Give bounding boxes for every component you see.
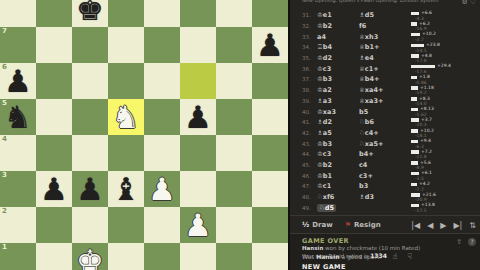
resign-flag-icon: ⚑	[345, 221, 351, 229]
board-square-h6[interactable]	[252, 63, 288, 99]
board-square-c8[interactable]: ♚	[72, 0, 108, 27]
board-square-f8[interactable]	[180, 0, 216, 27]
board-square-d6[interactable]	[108, 63, 144, 99]
black-pawn[interactable]: ♟	[180, 99, 216, 135]
thumbs-down-icon[interactable]: ☟	[407, 252, 412, 261]
black-move[interactable]: ♕xh3	[359, 33, 407, 41]
black-move[interactable]: c3+	[359, 172, 407, 180]
eval-bar	[411, 54, 419, 58]
eval-bar	[411, 12, 419, 16]
board-square-e5[interactable]	[144, 99, 180, 135]
move-number: 48.	[302, 194, 317, 200]
eval-bar	[411, 65, 435, 69]
board-square-a7[interactable]: 7	[0, 27, 36, 63]
black-pawn[interactable]: ♟	[0, 63, 36, 99]
share-icon[interactable]: ⇧	[456, 238, 462, 246]
black-move[interactable]: ♘xa5+	[359, 140, 407, 148]
board-square-d5[interactable]: ♞	[108, 99, 144, 135]
board-square-a8[interactable]: 8	[0, 0, 36, 27]
eval-bar	[411, 161, 418, 165]
black-pawn[interactable]: ♟	[36, 171, 72, 207]
white-move[interactable]: ♔b3	[317, 140, 359, 148]
white-knight[interactable]: ♞	[108, 99, 144, 135]
board-square-f5[interactable]: ♟	[180, 99, 216, 135]
move-row: 47.♔c1b3+4.2-7.7	[290, 181, 480, 192]
white-pawn[interactable]: ♟	[144, 171, 180, 207]
white-move[interactable]: ♔c1	[317, 182, 359, 190]
board-square-f1[interactable]	[180, 243, 216, 270]
white-move[interactable]: ♗a3	[317, 97, 359, 105]
eval-indicator: +6.1-3.5	[407, 170, 478, 181]
move-number: 33.	[302, 34, 317, 40]
board-square-a3[interactable]: 3	[0, 171, 36, 207]
board-square-d1[interactable]	[108, 243, 144, 270]
nav-prev-icon[interactable]: ◀	[427, 221, 433, 230]
eval-indicator: +10.2-18.1	[407, 128, 478, 139]
board-square-e2[interactable]	[144, 207, 180, 243]
move-number: 42.	[302, 130, 317, 136]
opening-name: New Opening: Queen's Pawn Opening: Londo…	[302, 0, 462, 3]
board-square-e3[interactable]: ♟	[144, 171, 180, 207]
eval-value-top: +10.2	[422, 31, 436, 36]
white-pawn[interactable]: ♟	[180, 207, 216, 243]
rank-label-7: 7	[2, 28, 7, 35]
move-row: 32.♔b2f6+6.2-16.9	[290, 21, 480, 32]
flip-board-icon[interactable]: ⇅	[469, 221, 476, 230]
board-square-c1[interactable]: ♚	[72, 243, 108, 270]
move-number: 45.	[302, 162, 317, 168]
eval-indicator: +4.8-17.8	[407, 53, 478, 64]
eval-bar	[411, 76, 417, 80]
good-sport-row: Was Hansin a good sport? ☝ ☟	[302, 252, 412, 261]
board-square-d2[interactable]	[108, 207, 144, 243]
move-row: 40.♔xa3b5+8.13-1.62	[290, 106, 480, 117]
black-move[interactable]: b3	[359, 182, 407, 190]
black-bishop[interactable]: ♝	[108, 171, 144, 207]
game-over-result: Hansin won by checkmate (10 min Rated)	[302, 245, 420, 251]
white-move[interactable]: ♔b2	[317, 161, 359, 169]
eval-indicator: +6.2-16.9	[407, 21, 478, 32]
board-square-h2[interactable]	[252, 207, 288, 243]
eval-value-top: +4.2	[419, 181, 430, 186]
white-move[interactable]: ♗a5	[317, 129, 359, 137]
move-row: 41.♗d2♘b6+3.7-20.3	[290, 117, 480, 128]
board-square-c7[interactable]	[72, 27, 108, 63]
move-number: 40.	[302, 109, 317, 115]
board-square-e4[interactable]	[144, 135, 180, 171]
eval-value-top: +4.8	[421, 53, 432, 58]
move-number: 32.	[302, 23, 317, 29]
move-number: 41.	[302, 119, 317, 125]
move-number: 31.	[302, 12, 317, 18]
resign-button-label: Resign	[354, 221, 381, 229]
board-square-f2[interactable]: ♟	[180, 207, 216, 243]
black-move[interactable]: ♕b4+	[359, 75, 407, 83]
eval-indicator: +13.8-17.5	[407, 202, 478, 213]
move-row: 44.♔c3b4++7.2-11.8	[290, 149, 480, 160]
new-game-button[interactable]: NEW GAME	[302, 263, 346, 270]
white-move[interactable]: ♔c3	[317, 150, 359, 158]
eval-indicator: +8.13-1.62	[407, 106, 478, 117]
board-square-d3[interactable]: ♝	[108, 171, 144, 207]
eval-indicator: +7.2-11.8	[407, 149, 478, 160]
board-square-b2[interactable]	[36, 207, 72, 243]
eval-bar	[411, 129, 418, 133]
board-square-c5[interactable]	[72, 99, 108, 135]
eval-bar	[411, 108, 418, 112]
rank-label-2: 2	[2, 208, 7, 215]
white-move[interactable]: a4	[317, 33, 359, 41]
eval-value-top: +8.3	[419, 96, 430, 101]
draw-button[interactable]: ½ Draw	[302, 221, 333, 229]
eval-value-top: +8.13	[420, 106, 434, 111]
board-square-f3[interactable]	[180, 171, 216, 207]
white-move[interactable]: ♔e1	[317, 11, 359, 19]
move-number: 38.	[302, 87, 317, 93]
eval-indicator: +3.7-20.3	[407, 117, 478, 128]
nav-last-icon[interactable]: ▶|	[453, 221, 462, 230]
eval-value-top: +6.2	[419, 21, 430, 26]
sidebar-top-icons: ⚙♡	[461, 0, 478, 6]
rank-label-1: 1	[2, 244, 7, 251]
board-square-e8[interactable]	[144, 0, 180, 27]
move-row: 31.♔e1♗d5+6.6-4.3	[290, 10, 480, 21]
eval-indicator: +21.6-20.9	[407, 192, 478, 203]
black-move[interactable]: ♘b6	[359, 118, 407, 126]
move-row: 39.♗a3♕xa3++8.3-14.0	[290, 96, 480, 107]
black-move[interactable]: ♕c1+	[359, 65, 407, 73]
move-row: 48.♘xf6♗d3+21.6-20.9	[290, 192, 480, 203]
settings-icon[interactable]: ⚙	[461, 0, 469, 6]
eval-value-top: +29.4	[437, 63, 451, 68]
white-king[interactable]: ♚	[72, 243, 108, 270]
board-square-d4[interactable]	[108, 135, 144, 171]
board-square-b4[interactable]	[36, 135, 72, 171]
board-square-h1[interactable]	[252, 243, 288, 270]
black-move[interactable]: b4+	[359, 150, 407, 158]
white-move[interactable]: ♔a2	[317, 86, 359, 94]
eval-value-top: +1.18	[420, 85, 434, 90]
white-move[interactable]: ♔b3	[317, 75, 359, 83]
black-move[interactable]: ♗d5	[359, 11, 407, 19]
board-square-b6[interactable]	[36, 63, 72, 99]
move-row: 35.♔d2♗e4+4.8-17.8	[290, 53, 480, 64]
move-list: 31.♔e1♗d5+6.6-4.332.♔b2f6+6.2-16.933.a4♕…	[290, 10, 480, 213]
white-move[interactable]: ♗d2	[317, 118, 359, 126]
board-square-c2[interactable]	[72, 207, 108, 243]
white-move[interactable]: ♔b1	[317, 172, 359, 180]
board-square-a4[interactable]: 4	[0, 135, 36, 171]
board-square-g6[interactable]	[216, 63, 252, 99]
eval-value-top: +9.4	[420, 138, 431, 143]
board-square-h7[interactable]: ♟	[252, 27, 288, 63]
board-square-b7[interactable]	[36, 27, 72, 63]
move-number: 36.	[302, 66, 317, 72]
board-square-e1[interactable]	[144, 243, 180, 270]
eval-value-top: +3.7	[421, 117, 432, 122]
move-number: 44.	[302, 151, 317, 157]
white-move[interactable]: ♔d2	[317, 54, 359, 62]
move-number: 47.	[302, 183, 317, 189]
black-move[interactable]: ♕xa4+	[359, 86, 407, 94]
game-sidebar: New Opening: Queen's Pawn Opening: Londo…	[288, 0, 480, 270]
move-row: 34.♖b4♕b1++23.8-14.5	[290, 42, 480, 53]
eval-bar	[411, 97, 417, 101]
eval-value-top: +21.6	[422, 192, 436, 197]
eval-indicator: +6.6-4.3	[407, 10, 478, 21]
nav-next-icon[interactable]: ▶	[440, 221, 446, 230]
board-square-h8[interactable]	[252, 0, 288, 27]
eval-bar	[411, 118, 419, 122]
black-knight[interactable]: ♞	[0, 99, 36, 135]
board-square-g8[interactable]	[216, 0, 252, 27]
move-row: 49.♘d5+13.8-17.5	[290, 202, 480, 213]
eval-value-top: +10.2	[420, 128, 434, 133]
black-pawn[interactable]: ♟	[72, 171, 108, 207]
black-move[interactable]: ♕b1+	[359, 43, 407, 51]
black-pawn[interactable]: ♟	[252, 27, 288, 63]
move-number: 49.	[302, 205, 317, 211]
move-row: 38.♔a2♕xa4++1.18-19.2	[290, 85, 480, 96]
eval-bar	[411, 150, 419, 154]
board-square-g5[interactable]	[216, 99, 252, 135]
move-number: 37.	[302, 76, 317, 82]
move-number: 39.	[302, 98, 317, 104]
move-number: 35.	[302, 55, 317, 61]
half-point-icon: ½	[302, 221, 309, 229]
white-move[interactable]: ♔xa3	[317, 108, 359, 116]
eval-bar	[411, 183, 417, 187]
board-square-e7[interactable]	[144, 27, 180, 63]
move-row: 43.♔b3♘xa5++9.4-6.3	[290, 138, 480, 149]
move-row: 33.a4♕xh3+10.2-2.7	[290, 31, 480, 42]
board-square-a2[interactable]: 2	[0, 207, 36, 243]
board-square-d7[interactable]	[108, 27, 144, 63]
board-square-a6[interactable]: 6♟	[0, 63, 36, 99]
move-row: 46.♔b1c3++6.1-3.5	[290, 170, 480, 181]
eval-bar	[411, 86, 418, 90]
black-move[interactable]: ♗e4	[359, 54, 407, 62]
help-icon[interactable]: ?	[468, 238, 476, 246]
board-square-f4[interactable]	[180, 135, 216, 171]
eval-indicator: +5.6-8.9	[407, 160, 478, 171]
game-over-title: GAME OVER	[302, 237, 349, 245]
eval-bar	[411, 22, 417, 26]
winner-name: Hansin	[302, 245, 323, 251]
eval-value-top: +1.8	[419, 74, 430, 79]
board-square-f6[interactable]	[180, 63, 216, 99]
eval-bar	[411, 193, 420, 197]
board-square-f7[interactable]	[180, 27, 216, 63]
rank-label-3: 3	[2, 172, 7, 179]
white-move[interactable]: ♘d5	[317, 204, 336, 212]
white-move[interactable]: ♔c3	[317, 65, 359, 73]
board-square-a5[interactable]: 5♞	[0, 99, 36, 135]
black-move[interactable]: c4	[359, 161, 407, 169]
board-square-g7[interactable]	[216, 27, 252, 63]
white-move[interactable]: ♔b2	[317, 22, 359, 30]
eval-value-top: +6.1	[421, 170, 432, 175]
eval-value-bottom: -17.5	[415, 208, 427, 213]
rank-label-4: 4	[2, 136, 7, 143]
eval-bar	[411, 44, 424, 48]
eval-value-top: +5.6	[420, 160, 431, 165]
eval-value-top: +13.8	[421, 202, 435, 207]
game-over-icons: ⇧ ?	[456, 238, 476, 246]
eval-bar	[411, 33, 420, 37]
black-move[interactable]: f6	[359, 22, 407, 30]
app-window: 8♚7♟6♟5♞♞♟43♟♟♝♟2♟1♚ New Opening: Queen'…	[0, 0, 480, 270]
thumbs-up-icon[interactable]: ☝	[392, 252, 397, 261]
board-square-b8[interactable]	[36, 0, 72, 27]
eval-indicator: +8.3-14.0	[407, 96, 478, 107]
board-square-g1[interactable]	[216, 243, 252, 270]
board-square-g2[interactable]	[216, 207, 252, 243]
board-square-h5[interactable]	[252, 99, 288, 135]
eval-bar	[411, 172, 419, 176]
eval-value-top: +23.8	[426, 42, 440, 47]
move-number: 43.	[302, 141, 317, 147]
board-square-h4[interactable]	[252, 135, 288, 171]
heart-icon[interactable]: ♡	[470, 0, 478, 6]
board-square-b3[interactable]: ♟	[36, 171, 72, 207]
board-square-b5[interactable]	[36, 99, 72, 135]
move-row: 36.♔c3♕c1++29.4-17.6	[290, 63, 480, 74]
white-move[interactable]: ♘xf6	[317, 193, 359, 201]
eval-indicator: +9.4-6.3	[407, 138, 478, 149]
board-square-c4[interactable]	[72, 135, 108, 171]
move-row: 42.♗a5♘c4++10.2-18.1	[290, 128, 480, 139]
move-row: 37.♔b3♕b4++1.8-0.86	[290, 74, 480, 85]
move-number: 46.	[302, 173, 317, 179]
eval-indicator: +1.8-0.86	[407, 74, 478, 85]
black-move[interactable]: ♘c4+	[359, 129, 407, 137]
eval-value-top: +6.6	[421, 10, 432, 15]
controls-bar: ½ Draw ⚑ Resign |◀◀▶▶|⇅	[290, 215, 480, 234]
white-move[interactable]: ♖b4	[317, 43, 359, 51]
move-row: 45.♔b2c4+5.6-8.9	[290, 160, 480, 171]
eval-bar	[411, 140, 418, 144]
board-square-d8[interactable]	[108, 0, 144, 27]
move-number: 34.	[302, 44, 317, 50]
black-move[interactable]: ♗d3	[359, 193, 407, 201]
opponent-name: Hansin	[316, 253, 339, 260]
black-move[interactable]: b5	[359, 108, 407, 116]
board-square-g4[interactable]	[216, 135, 252, 171]
board-square-h3[interactable]	[252, 171, 288, 207]
eval-indicator: +4.2-7.7	[407, 181, 478, 192]
board-square-c3[interactable]: ♟	[72, 171, 108, 207]
eval-bar	[411, 204, 419, 208]
draw-button-label: Draw	[312, 221, 332, 229]
eval-indicator: +1.18-19.2	[407, 85, 478, 96]
board-square-e6[interactable]	[144, 63, 180, 99]
eval-indicator: +29.4-17.6	[407, 63, 478, 74]
move-navigation: |◀◀▶▶|⇅	[411, 221, 476, 230]
eval-value-top: +7.2	[421, 149, 432, 154]
black-move[interactable]: ♕xa3+	[359, 97, 407, 105]
board-square-c6[interactable]	[72, 63, 108, 99]
nav-first-icon[interactable]: |◀	[411, 221, 420, 230]
board-square-g3[interactable]	[216, 171, 252, 207]
eval-indicator: +10.2-2.7	[407, 31, 478, 42]
resign-button[interactable]: ⚑ Resign	[345, 221, 381, 229]
chess-board[interactable]: 8♚7♟6♟5♞♞♟43♟♟♝♟2♟1♚	[0, 0, 288, 270]
board-square-b1[interactable]	[36, 243, 72, 270]
board-square-a1[interactable]: 1	[0, 243, 36, 270]
black-king[interactable]: ♚	[72, 0, 108, 27]
eval-indicator: +23.8-14.5	[407, 42, 478, 53]
